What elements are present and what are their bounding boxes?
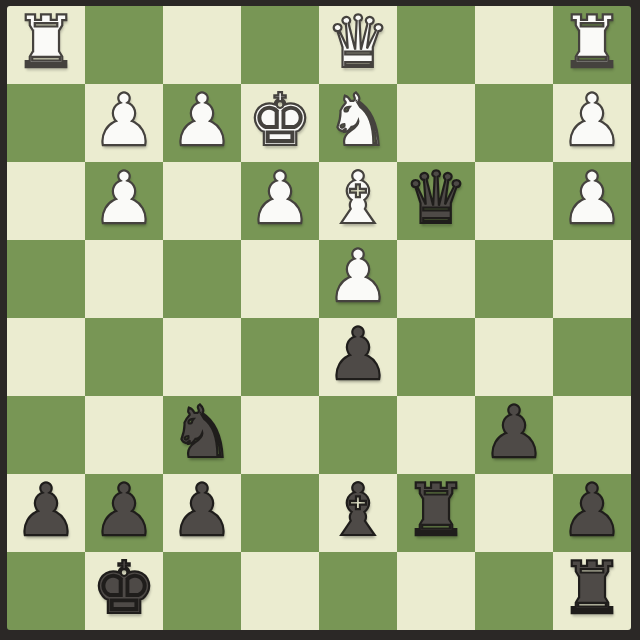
square-b7[interactable]	[475, 474, 553, 552]
square-c2[interactable]	[397, 84, 475, 162]
white-knight[interactable]: ♞	[326, 81, 391, 159]
white-king[interactable]: ♚	[248, 81, 313, 159]
square-f4[interactable]	[163, 240, 241, 318]
square-h3[interactable]	[7, 162, 85, 240]
square-a4[interactable]	[553, 240, 631, 318]
square-b1[interactable]	[475, 6, 553, 84]
white-rook[interactable]: ♜	[14, 6, 79, 81]
white-pawn[interactable]: ♟	[326, 237, 391, 315]
square-g4[interactable]	[85, 240, 163, 318]
black-pawn[interactable]: ♟	[326, 315, 391, 393]
square-b8[interactable]	[475, 552, 553, 630]
square-e3[interactable]: ♟	[241, 162, 319, 240]
square-c1[interactable]	[397, 6, 475, 84]
square-f2[interactable]: ♟	[163, 84, 241, 162]
white-rook[interactable]: ♜	[560, 6, 625, 81]
square-h8[interactable]	[7, 552, 85, 630]
white-pawn[interactable]: ♟	[560, 159, 625, 237]
square-c3[interactable]: ♛	[397, 162, 475, 240]
square-b6[interactable]: ♟	[475, 396, 553, 474]
square-g7[interactable]: ♟	[85, 474, 163, 552]
square-d5[interactable]: ♟	[319, 318, 397, 396]
square-b2[interactable]	[475, 84, 553, 162]
square-g1[interactable]	[85, 6, 163, 84]
square-c5[interactable]	[397, 318, 475, 396]
square-b5[interactable]	[475, 318, 553, 396]
white-queen[interactable]: ♛	[326, 6, 391, 81]
square-e7[interactable]	[241, 474, 319, 552]
square-g5[interactable]	[85, 318, 163, 396]
square-c8[interactable]	[397, 552, 475, 630]
square-d2[interactable]: ♞	[319, 84, 397, 162]
white-bishop[interactable]: ♝	[326, 159, 391, 237]
square-b3[interactable]	[475, 162, 553, 240]
square-g3[interactable]: ♟	[85, 162, 163, 240]
square-b4[interactable]	[475, 240, 553, 318]
square-e2[interactable]: ♚	[241, 84, 319, 162]
square-a6[interactable]	[553, 396, 631, 474]
square-a5[interactable]	[553, 318, 631, 396]
square-a8[interactable]: ♜	[553, 552, 631, 630]
square-f6[interactable]: ♞	[163, 396, 241, 474]
chess-app: ♜♛♜♟♟♚♞♟♟♟♝♛♟♟♟♞♟♟♟♟♝♜♟♚♜	[0, 0, 640, 640]
white-pawn[interactable]: ♟	[560, 81, 625, 159]
black-rook[interactable]: ♜	[560, 549, 625, 627]
square-e5[interactable]	[241, 318, 319, 396]
square-g8[interactable]: ♚	[85, 552, 163, 630]
square-f5[interactable]	[163, 318, 241, 396]
black-bishop[interactable]: ♝	[326, 471, 391, 549]
white-pawn[interactable]: ♟	[170, 81, 235, 159]
square-a7[interactable]: ♟	[553, 474, 631, 552]
square-h5[interactable]	[7, 318, 85, 396]
square-d7[interactable]: ♝	[319, 474, 397, 552]
square-f3[interactable]	[163, 162, 241, 240]
square-e1[interactable]	[241, 6, 319, 84]
square-d3[interactable]: ♝	[319, 162, 397, 240]
square-f7[interactable]: ♟	[163, 474, 241, 552]
white-pawn[interactable]: ♟	[92, 159, 157, 237]
black-knight[interactable]: ♞	[170, 393, 235, 471]
square-h4[interactable]	[7, 240, 85, 318]
square-d4[interactable]: ♟	[319, 240, 397, 318]
chess-board[interactable]: ♜♛♜♟♟♚♞♟♟♟♝♛♟♟♟♞♟♟♟♟♝♜♟♚♜	[7, 6, 631, 630]
black-pawn[interactable]: ♟	[560, 471, 625, 549]
square-e8[interactable]	[241, 552, 319, 630]
square-h1[interactable]: ♜	[7, 6, 85, 84]
square-d6[interactable]	[319, 396, 397, 474]
square-c7[interactable]: ♜	[397, 474, 475, 552]
square-d8[interactable]	[319, 552, 397, 630]
square-h2[interactable]	[7, 84, 85, 162]
square-e4[interactable]	[241, 240, 319, 318]
black-queen[interactable]: ♛	[404, 159, 469, 237]
white-pawn[interactable]: ♟	[248, 159, 313, 237]
square-c6[interactable]	[397, 396, 475, 474]
square-g2[interactable]: ♟	[85, 84, 163, 162]
square-h7[interactable]: ♟	[7, 474, 85, 552]
square-h6[interactable]	[7, 396, 85, 474]
black-pawn[interactable]: ♟	[482, 393, 547, 471]
square-e6[interactable]	[241, 396, 319, 474]
black-pawn[interactable]: ♟	[14, 471, 79, 549]
black-pawn[interactable]: ♟	[170, 471, 235, 549]
square-g6[interactable]	[85, 396, 163, 474]
black-king[interactable]: ♚	[92, 549, 157, 627]
black-pawn[interactable]: ♟	[92, 471, 157, 549]
square-f8[interactable]	[163, 552, 241, 630]
square-a2[interactable]: ♟	[553, 84, 631, 162]
square-a1[interactable]: ♜	[553, 6, 631, 84]
square-a3[interactable]: ♟	[553, 162, 631, 240]
square-d1[interactable]: ♛	[319, 6, 397, 84]
white-pawn[interactable]: ♟	[92, 81, 157, 159]
square-f1[interactable]	[163, 6, 241, 84]
black-rook[interactable]: ♜	[404, 471, 469, 549]
square-c4[interactable]	[397, 240, 475, 318]
